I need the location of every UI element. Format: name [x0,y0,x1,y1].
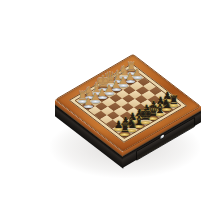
piece-black-rook[interactable]: ♜ [116,123,134,135]
chess-set-photo: ♜♞♝♛♚♝♞♜♟♟♟♟♟♟♟♟♟♟♟♟♟♟♟♟♜♞♝♛♚♝♞♜ [0,0,220,220]
piece-white-pawn[interactable]: ♟ [79,97,97,107]
